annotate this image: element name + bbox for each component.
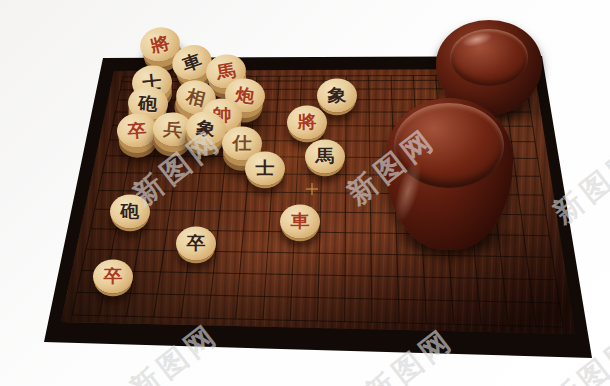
photo-stage: 將車馬士砲相炮帥卒兵象仕象將馬士車砲卒卒 新图网新图网新图网新图网新图网新图网 xyxy=(0,0,610,386)
xiangqi-piece-馬: 馬 xyxy=(305,139,345,173)
xiangqi-piece-車: 車 xyxy=(280,204,320,238)
xiangqi-piece-士: 士 xyxy=(245,151,285,185)
xiangqi-piece-將: 將 xyxy=(287,105,327,139)
xiangqi-piece-卒: 卒 xyxy=(93,259,133,293)
xiangqi-piece-卒: 卒 xyxy=(176,226,216,260)
xiangqi-piece-象: 象 xyxy=(317,78,357,112)
